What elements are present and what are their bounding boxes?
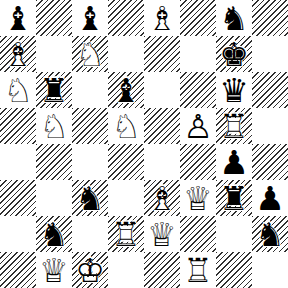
square-e3[interactable]: ♗ bbox=[144, 180, 180, 216]
black-pawn-icon[interactable]: ♟ bbox=[252, 180, 288, 216]
square-e1[interactable] bbox=[144, 252, 180, 288]
square-g2[interactable] bbox=[216, 216, 252, 252]
black-rook-icon[interactable]: ♜ bbox=[36, 72, 72, 108]
square-g7[interactable]: ♚ bbox=[216, 36, 252, 72]
white-knight-icon[interactable]: ♘ bbox=[0, 72, 36, 108]
black-knight-icon[interactable]: ♞ bbox=[252, 216, 288, 252]
square-a5[interactable] bbox=[0, 108, 36, 144]
square-b2[interactable]: ♞ bbox=[36, 216, 72, 252]
square-f3[interactable]: ♕ bbox=[180, 180, 216, 216]
square-c6[interactable] bbox=[72, 72, 108, 108]
square-b8[interactable] bbox=[36, 0, 72, 36]
square-b3[interactable] bbox=[36, 180, 72, 216]
square-g4[interactable]: ♟ bbox=[216, 144, 252, 180]
white-knight-icon[interactable]: ♘ bbox=[108, 108, 144, 144]
square-a1[interactable] bbox=[0, 252, 36, 288]
square-c1[interactable]: ♔ bbox=[72, 252, 108, 288]
square-h6[interactable] bbox=[252, 72, 288, 108]
square-c8[interactable]: ♝ bbox=[72, 0, 108, 36]
black-rook-icon[interactable]: ♜ bbox=[216, 180, 252, 216]
square-d8[interactable] bbox=[108, 0, 144, 36]
white-rook-icon[interactable]: ♖ bbox=[108, 216, 144, 252]
square-d3[interactable] bbox=[108, 180, 144, 216]
square-f6[interactable] bbox=[180, 72, 216, 108]
square-d6[interactable]: ♝ bbox=[108, 72, 144, 108]
square-h3[interactable]: ♟ bbox=[252, 180, 288, 216]
white-knight-icon[interactable]: ♘ bbox=[36, 108, 72, 144]
black-knight-icon[interactable]: ♞ bbox=[72, 180, 108, 216]
black-bishop-icon[interactable]: ♝ bbox=[0, 0, 36, 36]
square-b7[interactable] bbox=[36, 36, 72, 72]
square-c4[interactable] bbox=[72, 144, 108, 180]
square-f8[interactable] bbox=[180, 0, 216, 36]
square-a2[interactable] bbox=[0, 216, 36, 252]
black-knight-icon[interactable]: ♞ bbox=[216, 0, 252, 36]
black-queen-icon[interactable]: ♛ bbox=[216, 72, 252, 108]
square-b1[interactable]: ♕ bbox=[36, 252, 72, 288]
square-a4[interactable] bbox=[0, 144, 36, 180]
square-g3[interactable]: ♜ bbox=[216, 180, 252, 216]
square-d4[interactable] bbox=[108, 144, 144, 180]
square-e6[interactable] bbox=[144, 72, 180, 108]
black-bishop-icon[interactable]: ♝ bbox=[108, 72, 144, 108]
square-f4[interactable] bbox=[180, 144, 216, 180]
square-f5[interactable]: ♙ bbox=[180, 108, 216, 144]
white-king-icon[interactable]: ♔ bbox=[72, 252, 108, 288]
square-h1[interactable] bbox=[252, 252, 288, 288]
square-g6[interactable]: ♛ bbox=[216, 72, 252, 108]
square-b4[interactable] bbox=[36, 144, 72, 180]
square-c7[interactable]: ♘ bbox=[72, 36, 108, 72]
chess-board: ♝♝♗♞♗♘♚♘♜♝♛♘♘♙♖♟♞♗♕♜♟♞♖♕♞♕♔♖ bbox=[0, 0, 288, 288]
square-a7[interactable]: ♗ bbox=[0, 36, 36, 72]
square-d1[interactable] bbox=[108, 252, 144, 288]
black-pawn-icon[interactable]: ♟ bbox=[216, 144, 252, 180]
square-a3[interactable] bbox=[0, 180, 36, 216]
square-c5[interactable] bbox=[72, 108, 108, 144]
square-f2[interactable] bbox=[180, 216, 216, 252]
black-bishop-icon[interactable]: ♝ bbox=[72, 0, 108, 36]
white-rook-icon[interactable]: ♖ bbox=[180, 252, 216, 288]
square-b5[interactable]: ♘ bbox=[36, 108, 72, 144]
white-queen-icon[interactable]: ♕ bbox=[144, 216, 180, 252]
square-b6[interactable]: ♜ bbox=[36, 72, 72, 108]
black-king-icon[interactable]: ♚ bbox=[216, 36, 252, 72]
square-h5[interactable] bbox=[252, 108, 288, 144]
white-bishop-icon[interactable]: ♗ bbox=[0, 36, 36, 72]
square-e7[interactable] bbox=[144, 36, 180, 72]
black-knight-icon[interactable]: ♞ bbox=[36, 216, 72, 252]
square-a6[interactable]: ♘ bbox=[0, 72, 36, 108]
square-d5[interactable]: ♘ bbox=[108, 108, 144, 144]
square-h8[interactable] bbox=[252, 0, 288, 36]
square-e2[interactable]: ♕ bbox=[144, 216, 180, 252]
white-knight-icon[interactable]: ♘ bbox=[72, 36, 108, 72]
square-h4[interactable] bbox=[252, 144, 288, 180]
square-g1[interactable] bbox=[216, 252, 252, 288]
square-h7[interactable] bbox=[252, 36, 288, 72]
white-bishop-icon[interactable]: ♗ bbox=[144, 180, 180, 216]
square-d2[interactable]: ♖ bbox=[108, 216, 144, 252]
white-bishop-icon[interactable]: ♗ bbox=[144, 0, 180, 36]
square-c2[interactable] bbox=[72, 216, 108, 252]
square-a8[interactable]: ♝ bbox=[0, 0, 36, 36]
square-c3[interactable]: ♞ bbox=[72, 180, 108, 216]
square-g8[interactable]: ♞ bbox=[216, 0, 252, 36]
square-h2[interactable]: ♞ bbox=[252, 216, 288, 252]
square-g5[interactable]: ♖ bbox=[216, 108, 252, 144]
square-e5[interactable] bbox=[144, 108, 180, 144]
white-queen-icon[interactable]: ♕ bbox=[180, 180, 216, 216]
white-pawn-icon[interactable]: ♙ bbox=[180, 108, 216, 144]
square-f7[interactable] bbox=[180, 36, 216, 72]
square-e4[interactable] bbox=[144, 144, 180, 180]
square-f1[interactable]: ♖ bbox=[180, 252, 216, 288]
square-d7[interactable] bbox=[108, 36, 144, 72]
square-e8[interactable]: ♗ bbox=[144, 0, 180, 36]
white-rook-icon[interactable]: ♖ bbox=[216, 108, 252, 144]
white-queen-icon[interactable]: ♕ bbox=[36, 252, 72, 288]
